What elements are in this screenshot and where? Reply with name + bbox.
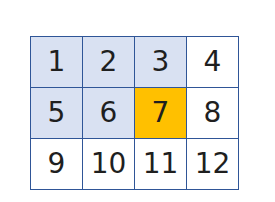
grid-cell-1[interactable]: 1 — [31, 37, 82, 87]
grid-cell-8[interactable]: 8 — [187, 88, 238, 138]
grid-cell-9[interactable]: 9 — [31, 139, 82, 189]
grid-cell-6[interactable]: 6 — [83, 88, 134, 138]
grid-cell-2[interactable]: 2 — [83, 37, 134, 87]
grid-cell-4[interactable]: 4 — [187, 37, 238, 87]
grid-cell-7[interactable]: 7 — [135, 88, 186, 138]
number-grid: 123456789101112 — [30, 36, 239, 190]
grid-cell-10[interactable]: 10 — [83, 139, 134, 189]
grid-cell-12[interactable]: 12 — [187, 139, 238, 189]
grid-cell-5[interactable]: 5 — [31, 88, 82, 138]
grid-cell-11[interactable]: 11 — [135, 139, 186, 189]
grid-cell-3[interactable]: 3 — [135, 37, 186, 87]
page-canvas: 123456789101112 — [0, 0, 275, 202]
